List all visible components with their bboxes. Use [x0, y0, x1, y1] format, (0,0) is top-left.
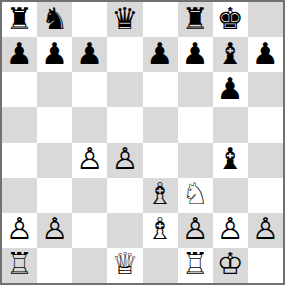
- square-a5[interactable]: [2, 107, 37, 142]
- square-c6[interactable]: [72, 72, 107, 107]
- square-d8[interactable]: ♛: [107, 2, 142, 37]
- square-f8[interactable]: ♜: [178, 2, 213, 37]
- square-f5[interactable]: [178, 107, 213, 142]
- square-d7[interactable]: [107, 37, 142, 72]
- square-g2[interactable]: ♙: [213, 213, 248, 248]
- square-c5[interactable]: [72, 107, 107, 142]
- chess-board: ♜♞♛♜♚♟♟♟♟♟♝♟♟♙♙♝♗♘♙♙♗♙♙♙♖♕♖♔: [0, 0, 285, 285]
- piece-white-king[interactable]: ♔: [217, 249, 244, 279]
- square-a8[interactable]: ♜: [2, 2, 37, 37]
- square-e4[interactable]: [143, 143, 178, 178]
- piece-black-pawn[interactable]: ♟: [41, 39, 68, 69]
- piece-black-pawn[interactable]: ♟: [252, 39, 279, 69]
- piece-black-pawn[interactable]: ♟: [6, 39, 33, 69]
- square-g8[interactable]: ♚: [213, 2, 248, 37]
- square-c8[interactable]: [72, 2, 107, 37]
- piece-white-bishop[interactable]: ♗: [147, 214, 174, 244]
- square-b3[interactable]: [37, 178, 72, 213]
- piece-white-pawn[interactable]: ♙: [252, 214, 279, 244]
- square-d4[interactable]: ♙: [107, 143, 142, 178]
- square-e3[interactable]: ♗: [143, 178, 178, 213]
- piece-white-rook[interactable]: ♖: [182, 249, 209, 279]
- square-a4[interactable]: [2, 143, 37, 178]
- square-a6[interactable]: [2, 72, 37, 107]
- piece-white-pawn[interactable]: ♙: [76, 144, 103, 174]
- piece-black-knight[interactable]: ♞: [41, 4, 68, 34]
- piece-black-rook[interactable]: ♜: [182, 4, 209, 34]
- square-f7[interactable]: ♟: [178, 37, 213, 72]
- square-h6[interactable]: [248, 72, 283, 107]
- square-f2[interactable]: ♙: [178, 213, 213, 248]
- square-f4[interactable]: [178, 143, 213, 178]
- piece-black-rook[interactable]: ♜: [6, 4, 33, 34]
- piece-white-pawn[interactable]: ♙: [182, 214, 209, 244]
- square-b1[interactable]: [37, 248, 72, 283]
- square-h3[interactable]: [248, 178, 283, 213]
- square-c1[interactable]: [72, 248, 107, 283]
- piece-black-king[interactable]: ♚: [217, 4, 244, 34]
- piece-white-pawn[interactable]: ♙: [111, 144, 138, 174]
- piece-white-pawn[interactable]: ♙: [41, 214, 68, 244]
- square-b4[interactable]: [37, 143, 72, 178]
- square-g5[interactable]: [213, 107, 248, 142]
- square-a2[interactable]: ♙: [2, 213, 37, 248]
- square-e7[interactable]: ♟: [143, 37, 178, 72]
- square-h1[interactable]: [248, 248, 283, 283]
- square-e2[interactable]: ♗: [143, 213, 178, 248]
- square-b6[interactable]: [37, 72, 72, 107]
- square-e8[interactable]: [143, 2, 178, 37]
- square-e1[interactable]: [143, 248, 178, 283]
- square-g4[interactable]: ♝: [213, 143, 248, 178]
- square-f6[interactable]: [178, 72, 213, 107]
- square-d2[interactable]: [107, 213, 142, 248]
- piece-white-queen[interactable]: ♕: [111, 249, 138, 279]
- square-a7[interactable]: ♟: [2, 37, 37, 72]
- piece-black-bishop[interactable]: ♝: [217, 39, 244, 69]
- square-d3[interactable]: [107, 178, 142, 213]
- square-a3[interactable]: [2, 178, 37, 213]
- piece-black-pawn[interactable]: ♟: [182, 39, 209, 69]
- piece-black-pawn[interactable]: ♟: [217, 74, 244, 104]
- square-f1[interactable]: ♖: [178, 248, 213, 283]
- square-c7[interactable]: ♟: [72, 37, 107, 72]
- square-e6[interactable]: [143, 72, 178, 107]
- piece-white-pawn[interactable]: ♙: [217, 214, 244, 244]
- square-g6[interactable]: ♟: [213, 72, 248, 107]
- square-c3[interactable]: [72, 178, 107, 213]
- square-g1[interactable]: ♔: [213, 248, 248, 283]
- piece-black-bishop[interactable]: ♝: [217, 144, 244, 174]
- piece-white-rook[interactable]: ♖: [6, 249, 33, 279]
- square-c4[interactable]: ♙: [72, 143, 107, 178]
- piece-white-pawn[interactable]: ♙: [6, 214, 33, 244]
- piece-black-pawn[interactable]: ♟: [76, 39, 103, 69]
- square-b5[interactable]: [37, 107, 72, 142]
- square-b2[interactable]: ♙: [37, 213, 72, 248]
- piece-black-pawn[interactable]: ♟: [147, 39, 174, 69]
- square-d1[interactable]: ♕: [107, 248, 142, 283]
- piece-black-queen[interactable]: ♛: [111, 4, 138, 34]
- square-h8[interactable]: [248, 2, 283, 37]
- square-c2[interactable]: [72, 213, 107, 248]
- square-h5[interactable]: [248, 107, 283, 142]
- piece-white-knight[interactable]: ♘: [182, 179, 209, 209]
- square-h7[interactable]: ♟: [248, 37, 283, 72]
- square-h4[interactable]: [248, 143, 283, 178]
- square-d5[interactable]: [107, 107, 142, 142]
- square-g3[interactable]: [213, 178, 248, 213]
- square-e5[interactable]: [143, 107, 178, 142]
- square-b8[interactable]: ♞: [37, 2, 72, 37]
- piece-white-bishop[interactable]: ♗: [147, 179, 174, 209]
- square-d6[interactable]: [107, 72, 142, 107]
- square-f3[interactable]: ♘: [178, 178, 213, 213]
- square-h2[interactable]: ♙: [248, 213, 283, 248]
- square-g7[interactable]: ♝: [213, 37, 248, 72]
- square-a1[interactable]: ♖: [2, 248, 37, 283]
- square-b7[interactable]: ♟: [37, 37, 72, 72]
